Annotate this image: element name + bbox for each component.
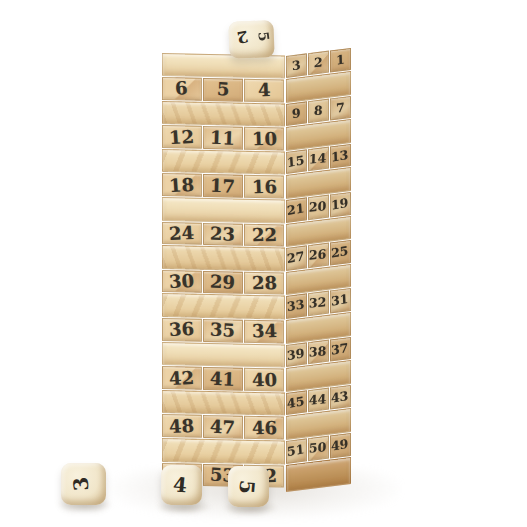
block-number: 4 (258, 81, 271, 99)
block-number: 8 (313, 104, 322, 117)
block-38-end[interactable]: 38 (308, 339, 329, 364)
die-value: 5 (236, 479, 257, 495)
block-4-end[interactable]: 4 (244, 79, 284, 102)
die-top-front-value: 2 (236, 27, 250, 45)
block-number: 44 (309, 393, 327, 407)
block-number: 3 (291, 58, 301, 72)
block-34-end[interactable]: 34 (244, 320, 284, 343)
block-number: 37 (331, 341, 349, 356)
layer-7-plank[interactable] (162, 197, 285, 223)
block-16-end[interactable]: 16 (244, 175, 284, 198)
block-number: 31 (331, 293, 349, 308)
block-number: 5 (216, 80, 229, 99)
layer-16-ends-row: 484746 (161, 414, 285, 440)
die-on-top[interactable]: 2 5 (228, 20, 274, 59)
block-39-end[interactable]: 39 (286, 341, 307, 366)
block-number: 14 (309, 152, 327, 166)
block-15-end[interactable]: 15 (286, 149, 307, 174)
block-37-end[interactable]: 37 (330, 336, 351, 361)
layer-13-plank[interactable] (162, 342, 285, 368)
layer-14-ends-row: 424140 (161, 366, 285, 392)
layer-17-plank[interactable] (162, 438, 285, 464)
layer-10-ends-row: 302928 (161, 269, 285, 295)
block-number: 24 (169, 224, 195, 243)
block-tower: 6541211101817162423223029283635344241404… (161, 52, 351, 477)
block-14-end[interactable]: 14 (308, 146, 329, 171)
block-31-end[interactable]: 31 (330, 288, 351, 313)
block-number: 48 (169, 417, 195, 436)
block-41-end[interactable]: 41 (203, 367, 243, 390)
block-50-end[interactable]: 50 (308, 435, 329, 460)
block-number: 16 (251, 178, 277, 196)
block-44-end[interactable]: 44 (308, 387, 329, 412)
block-number: 26 (309, 248, 327, 262)
block-27-end[interactable]: 27 (286, 245, 307, 270)
block-number: 17 (210, 176, 236, 195)
block-6-end[interactable]: 6 (162, 77, 202, 100)
block-35-end[interactable]: 35 (203, 319, 243, 342)
die-value: 3 (70, 476, 91, 492)
block-49-end[interactable]: 49 (330, 432, 351, 457)
block-number: 50 (309, 441, 327, 455)
layer-4-ends-row: 121110 (161, 125, 285, 151)
block-48-end[interactable]: 48 (162, 414, 202, 437)
block-number: 19 (331, 197, 349, 212)
block-17-end[interactable]: 17 (203, 174, 243, 197)
block-number: 7 (335, 101, 344, 115)
block-number: 35 (210, 321, 236, 340)
layer-6-ends-row: 181716 (161, 173, 285, 199)
layer-8-ends-row: 242322 (161, 221, 285, 247)
layer-9-plank[interactable] (162, 245, 285, 271)
block-number: 21 (287, 202, 305, 218)
block-number: 46 (251, 419, 277, 437)
block-number: 25 (331, 245, 349, 260)
block-45-end[interactable]: 45 (286, 390, 307, 415)
table-die-3[interactable]: 3 (61, 463, 106, 505)
block-7-end[interactable]: 7 (330, 95, 351, 120)
block-number: 34 (251, 322, 277, 340)
block-10-end[interactable]: 10 (244, 127, 284, 150)
block-number: 43 (331, 389, 349, 404)
layer-3-plank[interactable] (162, 101, 285, 127)
block-number: 10 (251, 130, 277, 148)
block-number: 49 (331, 437, 349, 452)
block-number: 6 (175, 80, 189, 99)
block-number: 23 (210, 225, 236, 244)
block-number: 20 (309, 200, 327, 214)
layer-11-plank[interactable] (162, 293, 285, 319)
block-number: 30 (169, 272, 195, 291)
block-40-end[interactable]: 40 (244, 368, 284, 391)
block-number: 45 (287, 394, 305, 410)
block-20-end[interactable]: 20 (308, 194, 329, 219)
table-die-4[interactable]: 4 (161, 465, 202, 505)
die-value: 4 (172, 474, 188, 495)
tower-right-face: 3219871514132120192726253332313938374544… (285, 46, 351, 491)
block-29-end[interactable]: 29 (203, 271, 243, 294)
block-33-end[interactable]: 33 (286, 293, 307, 318)
layer-2-ends-row: 654 (161, 77, 285, 103)
block-number: 32 (309, 296, 327, 310)
block-1-end[interactable]: 1 (330, 47, 351, 72)
block-8-end[interactable]: 8 (308, 98, 329, 123)
block-number: 40 (251, 371, 277, 389)
block-5-end[interactable]: 5 (203, 78, 243, 101)
block-number: 33 (287, 298, 305, 314)
tower-front-face: 6541211101817162423223029283635344241404… (161, 52, 285, 488)
block-number: 29 (210, 273, 236, 292)
block-11-end[interactable]: 11 (203, 126, 243, 149)
block-18-end[interactable]: 18 (162, 173, 202, 196)
block-28-end[interactable]: 28 (244, 272, 284, 295)
block-23-end[interactable]: 23 (203, 223, 243, 246)
block-9-end[interactable]: 9 (286, 101, 307, 126)
block-42-end[interactable]: 42 (162, 366, 202, 389)
block-number: 11 (210, 128, 236, 147)
block-12-end[interactable]: 12 (162, 125, 202, 148)
block-number: 22 (251, 226, 277, 244)
block-number: 15 (287, 153, 305, 169)
block-number: 2 (313, 56, 322, 69)
block-number: 39 (287, 346, 305, 362)
block-3-end[interactable]: 3 (286, 52, 307, 77)
layer-12-ends-row: 363534 (161, 318, 285, 344)
block-number: 41 (210, 369, 236, 388)
block-number: 38 (309, 344, 327, 358)
block-number: 1 (335, 53, 344, 67)
block-number: 28 (251, 274, 277, 292)
block-24-end[interactable]: 24 (162, 222, 202, 245)
block-51-end[interactable]: 51 (286, 438, 307, 463)
layer-5-plank[interactable] (162, 149, 285, 175)
block-number: 47 (210, 417, 236, 436)
block-19-end[interactable]: 19 (330, 192, 351, 217)
block-13-end[interactable]: 13 (330, 143, 351, 168)
block-36-end[interactable]: 36 (162, 318, 202, 341)
block-22-end[interactable]: 22 (244, 223, 284, 246)
block-number: 51 (287, 443, 305, 459)
block-number: 13 (331, 148, 349, 163)
block-47-end[interactable]: 47 (203, 415, 243, 438)
block-21-end[interactable]: 21 (286, 197, 307, 222)
block-number: 36 (169, 320, 195, 339)
layer-15-plank[interactable] (162, 390, 285, 416)
block-25-end[interactable]: 25 (330, 240, 351, 265)
block-26-end[interactable]: 26 (308, 242, 329, 267)
block-number: 9 (291, 106, 301, 120)
block-43-end[interactable]: 43 (330, 384, 351, 409)
block-30-end[interactable]: 30 (162, 270, 202, 293)
table-die-5[interactable]: 5 (228, 466, 269, 507)
block-32-end[interactable]: 32 (308, 291, 329, 316)
block-number: 18 (169, 176, 195, 195)
block-number: 27 (287, 250, 305, 266)
die-top-side-value: 5 (256, 31, 271, 42)
product-photo-scene: 6541211101817162423223029283635344241404… (0, 0, 527, 527)
block-46-end[interactable]: 46 (244, 416, 284, 439)
block-2-end[interactable]: 2 (308, 50, 329, 75)
block-number: 12 (169, 127, 195, 146)
block-number: 42 (169, 368, 195, 387)
